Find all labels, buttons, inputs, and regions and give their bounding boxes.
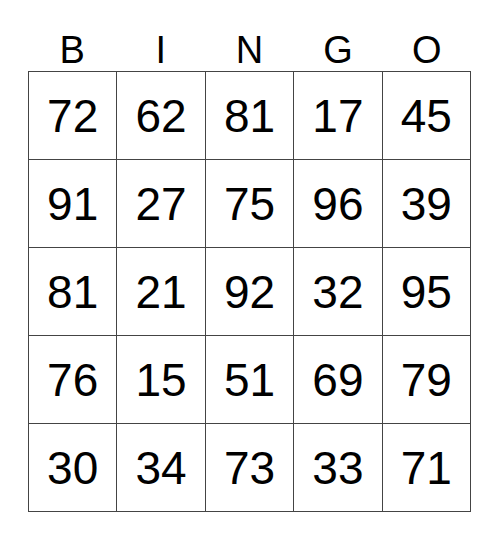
header-letter-g: G (294, 31, 383, 71)
bingo-cell-r1c3: 81 (206, 72, 293, 159)
bingo-cell-r1c2: 62 (117, 72, 204, 159)
bingo-cell-r5c3: 73 (206, 424, 293, 511)
bingo-cell-r1c5: 45 (383, 72, 470, 159)
bingo-cell-r2c5: 39 (383, 160, 470, 247)
bingo-cell-r5c2: 34 (117, 424, 204, 511)
bingo-cell-r2c2: 27 (117, 160, 204, 247)
bingo-cell-r2c4: 96 (294, 160, 381, 247)
bingo-page: B I N G O 72 62 81 17 45 91 27 75 96 39 … (0, 0, 500, 544)
header-letter-o: O (382, 31, 471, 71)
bingo-cell-r4c2: 15 (117, 336, 204, 423)
bingo-cell-r4c5: 79 (383, 336, 470, 423)
bingo-card: B I N G O 72 62 81 17 45 91 27 75 96 39 … (28, 0, 471, 512)
bingo-cell-r5c4: 33 (294, 424, 381, 511)
bingo-cell-r2c1: 91 (29, 160, 116, 247)
bingo-header: B I N G O (28, 0, 471, 71)
bingo-cell-r3c2: 21 (117, 248, 204, 335)
bingo-cell-r3c5: 95 (383, 248, 470, 335)
bingo-grid: 72 62 81 17 45 91 27 75 96 39 81 21 92 3… (28, 71, 471, 512)
bingo-cell-r4c1: 76 (29, 336, 116, 423)
bingo-cell-r5c5: 71 (383, 424, 470, 511)
bingo-cell-r4c3: 51 (206, 336, 293, 423)
bingo-cell-r3c3: 92 (206, 248, 293, 335)
bingo-cell-r3c1: 81 (29, 248, 116, 335)
bingo-cell-r2c3: 75 (206, 160, 293, 247)
bingo-cell-r1c1: 72 (29, 72, 116, 159)
bingo-cell-r4c4: 69 (294, 336, 381, 423)
bingo-cell-r3c4: 32 (294, 248, 381, 335)
header-letter-b: B (28, 31, 117, 71)
header-letter-n: N (205, 31, 294, 71)
bingo-cell-r5c1: 30 (29, 424, 116, 511)
header-letter-i: I (117, 31, 206, 71)
bingo-cell-r1c4: 17 (294, 72, 381, 159)
